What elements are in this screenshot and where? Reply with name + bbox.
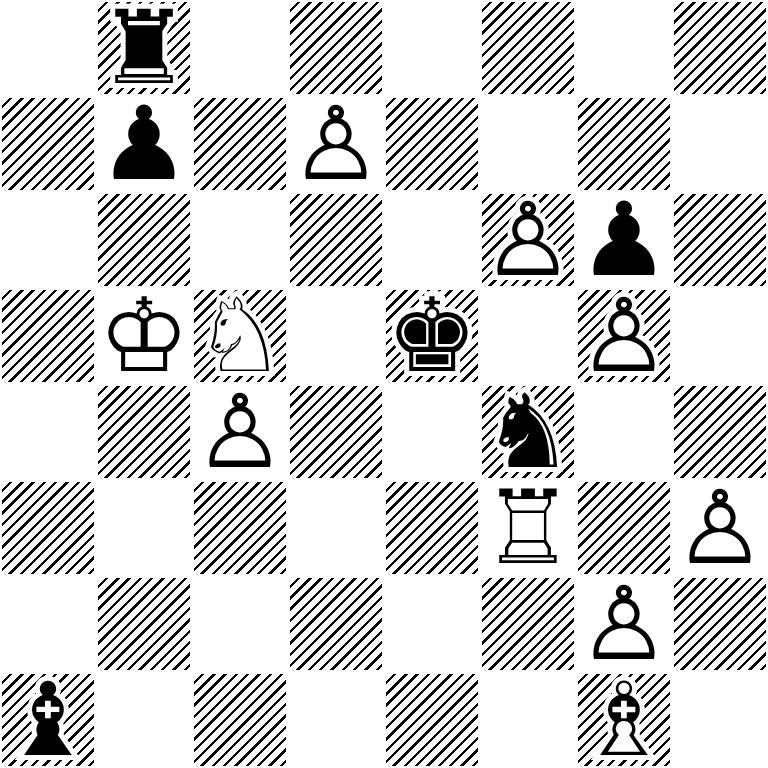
square-g2[interactable]: ♟♙ [576,576,672,672]
white-bishop-halo: ♝ [576,672,672,768]
black-knight-halo: ♞ [480,384,576,480]
white-pawn: ♙ [192,384,288,480]
square-e2[interactable] [384,576,480,672]
square-d6[interactable] [288,192,384,288]
black-rook: ♜ [96,0,192,96]
square-a4[interactable] [0,384,96,480]
square-f3[interactable]: ♜♖ [480,480,576,576]
square-f5[interactable] [480,288,576,384]
square-f4[interactable]: ♞♞ [480,384,576,480]
square-g6[interactable]: ♟♟ [576,192,672,288]
white-pawn: ♙ [576,576,672,672]
black-bishop: ♝ [0,672,96,768]
white-pawn: ♙ [288,96,384,192]
square-f7[interactable] [480,96,576,192]
square-e6[interactable] [384,192,480,288]
square-g3[interactable] [576,480,672,576]
square-b6[interactable] [96,192,192,288]
white-pawn-halo: ♟ [192,384,288,480]
white-pawn: ♙ [576,288,672,384]
black-king: ♚ [384,288,480,384]
black-king-halo: ♚ [384,288,480,384]
white-pawn-halo: ♟ [576,576,672,672]
square-e1[interactable] [384,672,480,768]
square-a6[interactable] [0,192,96,288]
square-f8[interactable] [480,0,576,96]
square-f6[interactable]: ♟♙ [480,192,576,288]
square-f2[interactable] [480,576,576,672]
square-c8[interactable] [192,0,288,96]
square-b3[interactable] [96,480,192,576]
white-king-halo: ♚ [96,288,192,384]
square-g4[interactable] [576,384,672,480]
square-g5[interactable]: ♟♙ [576,288,672,384]
square-g8[interactable] [576,0,672,96]
square-a3[interactable] [0,480,96,576]
black-pawn: ♟ [576,192,672,288]
square-b1[interactable] [96,672,192,768]
square-h1[interactable] [672,672,768,768]
square-a7[interactable] [0,96,96,192]
white-rook: ♖ [480,480,576,576]
square-h3[interactable]: ♟♙ [672,480,768,576]
black-pawn: ♟ [96,96,192,192]
square-d5[interactable] [288,288,384,384]
white-rook-halo: ♜ [480,480,576,576]
square-g1[interactable]: ♝♗ [576,672,672,768]
square-b5[interactable]: ♚♔ [96,288,192,384]
square-b7[interactable]: ♟♟ [96,96,192,192]
white-pawn-halo: ♟ [480,192,576,288]
square-b2[interactable] [96,576,192,672]
square-a5[interactable] [0,288,96,384]
square-e5[interactable]: ♚♚ [384,288,480,384]
square-h4[interactable] [672,384,768,480]
square-h2[interactable] [672,576,768,672]
white-pawn-halo: ♟ [288,96,384,192]
black-bishop-halo: ♝ [0,672,96,768]
square-c4[interactable]: ♟♙ [192,384,288,480]
square-h8[interactable] [672,0,768,96]
square-b4[interactable] [96,384,192,480]
black-rook-halo: ♜ [96,0,192,96]
white-bishop: ♗ [576,672,672,768]
square-c6[interactable] [192,192,288,288]
square-a1[interactable]: ♝♝ [0,672,96,768]
square-d3[interactable] [288,480,384,576]
square-c5[interactable]: ♞♘ [192,288,288,384]
black-knight: ♞ [480,384,576,480]
square-h6[interactable] [672,192,768,288]
square-d2[interactable] [288,576,384,672]
black-pawn-halo: ♟ [96,96,192,192]
white-pawn: ♙ [672,480,768,576]
white-pawn-halo: ♟ [672,480,768,576]
white-knight: ♘ [192,288,288,384]
square-c1[interactable] [192,672,288,768]
square-f1[interactable] [480,672,576,768]
square-e7[interactable] [384,96,480,192]
square-d1[interactable] [288,672,384,768]
square-d4[interactable] [288,384,384,480]
square-e3[interactable] [384,480,480,576]
square-e8[interactable] [384,0,480,96]
square-a2[interactable] [0,576,96,672]
square-c3[interactable] [192,480,288,576]
square-d7[interactable]: ♟♙ [288,96,384,192]
square-d8[interactable] [288,0,384,96]
white-pawn: ♙ [480,192,576,288]
square-h7[interactable] [672,96,768,192]
square-c2[interactable] [192,576,288,672]
white-pawn-halo: ♟ [576,288,672,384]
square-c7[interactable] [192,96,288,192]
square-b8[interactable]: ♜♜ [96,0,192,96]
square-h5[interactable] [672,288,768,384]
white-knight-halo: ♞ [192,288,288,384]
black-pawn-halo: ♟ [576,192,672,288]
square-a8[interactable] [0,0,96,96]
square-g7[interactable] [576,96,672,192]
chess-board: ♜♜♟♟♟♙♟♙♟♟♚♔♞♘♚♚♟♙♟♙♞♞♜♖♟♙♟♙♝♝♝♗ [0,0,768,768]
white-king: ♔ [96,288,192,384]
square-e4[interactable] [384,384,480,480]
